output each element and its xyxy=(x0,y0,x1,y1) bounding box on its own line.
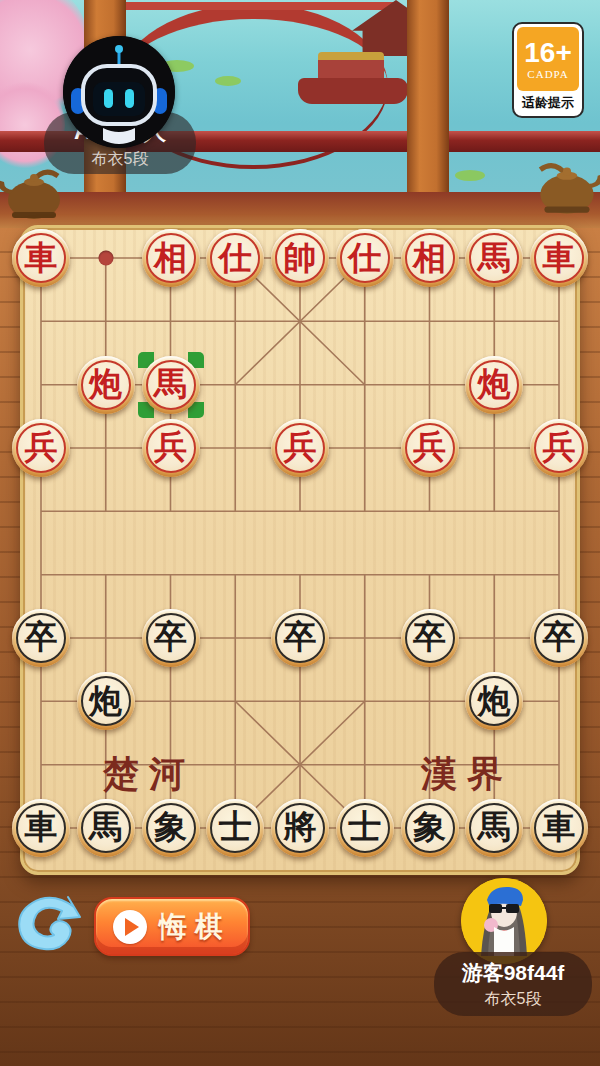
piece-character: 將 xyxy=(275,803,325,853)
piece-character: 卒 xyxy=(275,613,325,663)
bottom-player-card: 游客98f44f 布衣5段 xyxy=(434,952,592,1016)
piece-black-象-r9c2[interactable]: 象 xyxy=(142,799,200,857)
piece-red-仕-r0c5[interactable]: 仕 xyxy=(336,229,394,287)
piece-character: 象 xyxy=(146,803,196,853)
piece-character: 卒 xyxy=(146,613,196,663)
piece-red-馬-r2c2[interactable]: 馬 xyxy=(142,356,200,414)
piece-character: 炮 xyxy=(469,360,519,410)
piece-character: 車 xyxy=(16,233,66,283)
last-move-origin-dot xyxy=(98,251,113,266)
piece-red-車-r0c8[interactable]: 車 xyxy=(530,229,588,287)
piece-character: 馬 xyxy=(469,803,519,853)
piece-character: 相 xyxy=(146,233,196,283)
back-arrow-icon xyxy=(14,891,82,955)
piece-character: 車 xyxy=(534,803,584,853)
robot-avatar-graphic xyxy=(63,36,175,148)
piece-red-兵-r3c4[interactable]: 兵 xyxy=(271,419,329,477)
piece-red-相-r0c2[interactable]: 相 xyxy=(142,229,200,287)
piece-character: 馬 xyxy=(81,803,131,853)
piece-character: 炮 xyxy=(81,360,131,410)
piece-red-炮-r2c7[interactable]: 炮 xyxy=(465,356,523,414)
piece-red-兵-r3c8[interactable]: 兵 xyxy=(530,419,588,477)
top-player-avatar xyxy=(63,36,175,148)
bridge-deck xyxy=(100,2,400,10)
piece-black-象-r9c6[interactable]: 象 xyxy=(401,799,459,857)
piece-red-仕-r0c3[interactable]: 仕 xyxy=(206,229,264,287)
piece-character: 馬 xyxy=(146,360,196,410)
piece-character: 仕 xyxy=(210,233,260,283)
bottom-player-name: 游客98f44f xyxy=(462,959,565,987)
piece-character: 相 xyxy=(405,233,455,283)
piece-character: 兵 xyxy=(275,423,325,473)
piece-red-相-r0c6[interactable]: 相 xyxy=(401,229,459,287)
door-pillar-right xyxy=(407,0,449,205)
undo-move-button[interactable]: 悔棋 xyxy=(94,897,250,956)
piece-character: 士 xyxy=(340,803,390,853)
piece-black-卒-r6c6[interactable]: 卒 xyxy=(401,609,459,667)
piece-black-炮-r7c7[interactable]: 炮 xyxy=(465,672,523,730)
piece-black-卒-r6c2[interactable]: 卒 xyxy=(142,609,200,667)
piece-character: 帥 xyxy=(275,233,325,283)
piece-red-車-r0c0[interactable]: 車 xyxy=(12,229,70,287)
piece-black-將-r9c4[interactable]: 將 xyxy=(271,799,329,857)
piece-character: 士 xyxy=(210,803,260,853)
piece-character: 卒 xyxy=(405,613,455,663)
piece-black-炮-r7c1[interactable]: 炮 xyxy=(77,672,135,730)
piece-red-炮-r2c1[interactable]: 炮 xyxy=(77,356,135,414)
piece-character: 仕 xyxy=(340,233,390,283)
piece-red-帥-r0c4[interactable]: 帥 xyxy=(271,229,329,287)
piece-black-卒-r6c8[interactable]: 卒 xyxy=(530,609,588,667)
piece-red-兵-r3c2[interactable]: 兵 xyxy=(142,419,200,477)
piece-character: 車 xyxy=(534,233,584,283)
piece-red-兵-r3c6[interactable]: 兵 xyxy=(401,419,459,477)
xiangqi-board[interactable]: 楚河 漢界 車相仕帥仕相馬車炮馬炮兵兵兵兵兵卒卒卒卒卒炮炮車馬象士將士象馬車 xyxy=(20,225,580,875)
piece-character: 卒 xyxy=(16,613,66,663)
age-rating-top: 16+ CADPA xyxy=(517,27,579,91)
piece-character: 兵 xyxy=(534,423,584,473)
back-button[interactable] xyxy=(14,891,82,955)
piece-character: 兵 xyxy=(16,423,66,473)
piece-red-兵-r3c0[interactable]: 兵 xyxy=(12,419,70,477)
piece-character: 炮 xyxy=(81,676,131,726)
piece-black-馬-r9c1[interactable]: 馬 xyxy=(77,799,135,857)
age-rating-badge: 16+ CADPA 适龄提示 xyxy=(512,22,584,118)
piece-character: 車 xyxy=(16,803,66,853)
river-label-left: 楚河 xyxy=(103,750,195,799)
piece-black-士-r9c3[interactable]: 士 xyxy=(206,799,264,857)
piece-red-馬-r0c7[interactable]: 馬 xyxy=(465,229,523,287)
piece-black-馬-r9c7[interactable]: 馬 xyxy=(465,799,523,857)
age-rating-label: 适龄提示 xyxy=(514,94,582,112)
age-rating-org: CADPA xyxy=(527,68,568,80)
teapot-right xyxy=(528,152,600,218)
bottom-player-rank: 布衣5段 xyxy=(485,989,542,1010)
top-player-rank: 布衣5段 xyxy=(92,149,149,170)
play-icon xyxy=(113,910,147,944)
piece-black-卒-r6c4[interactable]: 卒 xyxy=(271,609,329,667)
boat-illustration xyxy=(298,78,408,104)
piece-character: 象 xyxy=(405,803,455,853)
piece-black-卒-r6c0[interactable]: 卒 xyxy=(12,609,70,667)
game-screen: AI机器人 布衣5段 16+ CADPA 适龄提示 xyxy=(0,0,600,1066)
lilypad xyxy=(455,170,485,181)
undo-button-label: 悔棋 xyxy=(159,908,231,946)
piece-character: 兵 xyxy=(405,423,455,473)
age-rating-value: 16+ xyxy=(524,38,572,68)
river-label-right: 漢界 xyxy=(421,750,513,799)
piece-character: 兵 xyxy=(146,423,196,473)
piece-black-士-r9c5[interactable]: 士 xyxy=(336,799,394,857)
piece-black-車-r9c0[interactable]: 車 xyxy=(12,799,70,857)
piece-black-車-r9c8[interactable]: 車 xyxy=(530,799,588,857)
piece-character: 炮 xyxy=(469,676,519,726)
lilypad xyxy=(215,76,241,86)
piece-character: 卒 xyxy=(534,613,584,663)
piece-character: 馬 xyxy=(469,233,519,283)
